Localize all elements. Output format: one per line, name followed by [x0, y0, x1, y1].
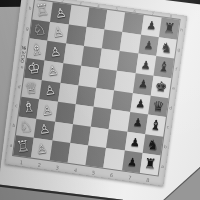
- board-grid: ♖♙♟♜♘♙♟♞♗♙♟♝♔♙♟♚♕♙♟♛♗♙♟♝♘♙♟♞♖♙♟♜: [13, 0, 179, 175]
- white-queen-d1: ♕: [24, 80, 39, 97]
- black-queen-d8: ♛: [152, 99, 165, 114]
- black-rook-a8: ♜: [143, 157, 156, 172]
- photo-canvas: 12345678 12345678 hgfedcba hgfedcba №ЗСЮ…: [0, 0, 200, 200]
- square-g8: ♞: [156, 37, 177, 59]
- black-pawn-e7: ♟: [137, 78, 148, 90]
- black-pawn-f7: ♟: [140, 59, 151, 71]
- photo-scene: 12345678 12345678 hgfedcba hgfedcba №ЗСЮ…: [0, 0, 200, 200]
- black-king-e8: ♚: [154, 79, 167, 94]
- white-rook-a1: ♖: [16, 138, 31, 155]
- white-pawn-d2: ♙: [43, 84, 56, 98]
- square-c8: ♝: [145, 115, 166, 137]
- square-f8: ♝: [153, 56, 174, 78]
- white-pawn-f2: ♙: [49, 45, 62, 59]
- black-knight-b8: ♞: [146, 138, 159, 153]
- white-pawn-b2: ♙: [38, 123, 51, 137]
- black-bishop-c8: ♝: [149, 118, 162, 133]
- white-pawn-a2: ♙: [35, 142, 48, 156]
- chess-board: 12345678 12345678 hgfedcba hgfedcba №ЗСЮ…: [5, 0, 187, 186]
- white-bishop-f1: ♗: [29, 41, 44, 58]
- white-rook-h1: ♖: [35, 2, 50, 19]
- white-pawn-c2: ♙: [41, 103, 54, 117]
- white-pawn-e2: ♙: [46, 64, 59, 78]
- square-e8: ♚: [151, 76, 172, 98]
- square-h8: ♜: [159, 17, 180, 39]
- black-rook-h8: ♜: [162, 21, 175, 36]
- black-pawn-g7: ♟: [143, 39, 154, 51]
- white-pawn-h2: ♙: [54, 6, 67, 20]
- white-knight-b1: ♘: [19, 119, 34, 136]
- square-b8: ♞: [142, 134, 163, 156]
- black-pawn-b7: ♟: [129, 136, 140, 148]
- black-knight-g8: ♞: [160, 40, 173, 55]
- square-a8: ♜: [140, 153, 161, 175]
- white-bishop-c1: ♗: [21, 99, 36, 116]
- white-knight-g1: ♘: [32, 22, 47, 39]
- black-pawn-a7: ♟: [126, 156, 137, 168]
- square-d8: ♛: [148, 95, 169, 117]
- white-king-e1: ♔: [27, 61, 42, 78]
- black-pawn-d7: ♟: [135, 98, 146, 110]
- black-bishop-f8: ♝: [157, 60, 170, 75]
- white-pawn-g2: ♙: [52, 26, 65, 40]
- black-pawn-c7: ♟: [132, 117, 143, 129]
- black-pawn-h7: ♟: [146, 20, 157, 32]
